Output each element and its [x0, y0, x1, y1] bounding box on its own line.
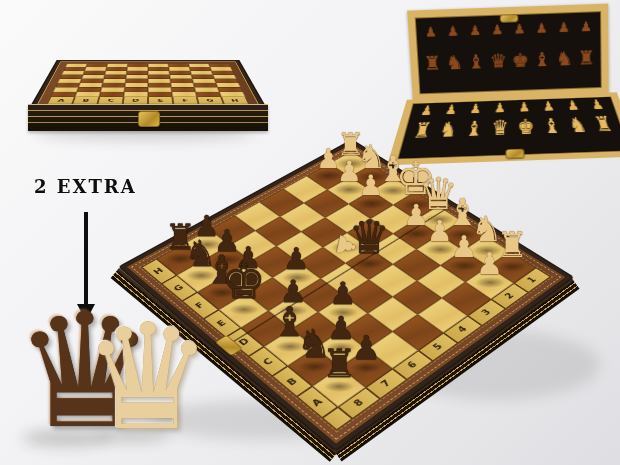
brass-clasp-icon: [505, 149, 524, 159]
stored-dark-majors-row: ♜♞♝♛♚♝♞♜: [421, 48, 597, 73]
stored-piece-king: ♚: [512, 50, 530, 70]
closed-box-coordinate-label: G: [197, 97, 224, 104]
stored-piece-pawn: ♟: [580, 20, 592, 34]
stored-piece-pawn: ♟: [420, 104, 434, 118]
stored-piece-pawn: ♟: [513, 22, 525, 36]
stored-piece-rook: ♜: [411, 120, 433, 142]
closed-box-top: ABCDEFGH: [28, 60, 268, 110]
stored-piece-pawn: ♟: [469, 102, 481, 115]
stored-piece-queen: ♛: [491, 117, 508, 138]
closed-chess-box: ABCDEFGH: [28, 38, 268, 108]
stored-piece-bishop: ♝: [465, 118, 483, 139]
closed-box-coordinate-label: B: [72, 97, 99, 104]
stored-piece-knight: ♞: [567, 115, 588, 136]
stored-piece-knight: ♞: [438, 119, 458, 140]
closed-box-coordinate-label: F: [172, 97, 198, 104]
product-photo-scene: ABCDEFGH ♟♟♟♟♟♟♟♟ ♜♞♝♛♚♝♞♜ ♟♟♟♟♟♟♟♟ ♜♞♝♛…: [0, 0, 620, 465]
stored-piece-pawn: ♟: [469, 24, 481, 38]
stored-piece-knight: ♞: [445, 53, 463, 73]
open-chess-box: ♟♟♟♟♟♟♟♟ ♜♞♝♛♚♝♞♜ ♟♟♟♟♟♟♟♟ ♜♞♝♛♚♝♞♜: [402, 0, 620, 147]
stored-piece-bishop: ♝: [534, 50, 552, 70]
closed-box-coordinate-label: D: [123, 97, 148, 104]
closed-box-coordinate-label: E: [148, 97, 173, 104]
stored-piece-rook: ♜: [578, 48, 595, 68]
stored-piece-rook: ♜: [592, 114, 615, 135]
closed-box-front: [28, 104, 268, 131]
stored-piece-bishop: ♝: [468, 52, 486, 72]
stored-piece-king: ♚: [517, 116, 535, 137]
brass-clasp-icon: [138, 111, 160, 127]
stored-piece-pawn: ♟: [558, 20, 570, 34]
open-box-lid: ♟♟♟♟♟♟♟♟ ♜♞♝♛♚♝♞♜: [407, 4, 609, 102]
open-box-base: ♟♟♟♟♟♟♟♟ ♜♞♝♛♚♝♞♜: [387, 92, 620, 165]
stored-piece-pawn: ♟: [590, 98, 605, 111]
closed-box-coordinates: ABCDEFGH: [47, 97, 249, 104]
closed-box-coordinate-label: C: [97, 97, 123, 104]
closed-box-checkerboard: [51, 64, 246, 97]
stored-piece-pawn: ♟: [566, 99, 580, 112]
stored-piece-queen: ♛: [490, 51, 508, 71]
stored-piece-bishop: ♝: [542, 116, 562, 137]
closed-box-coordinate-label: A: [47, 97, 75, 104]
stored-light-majors-row: ♜♞♝♛♚♝♞♜: [407, 122, 620, 141]
stored-piece-pawn: ♟: [542, 100, 555, 113]
extra-light-queen: ♛: [82, 304, 213, 450]
annotation-label: 2 EXTRA: [34, 176, 137, 197]
stored-piece-pawn: ♟: [518, 101, 530, 114]
stored-piece-pawn: ♟: [494, 102, 505, 115]
stored-piece-knight: ♞: [556, 49, 574, 69]
closed-box-coordinate-label: H: [221, 97, 249, 104]
stored-piece-pawn: ♟: [424, 25, 437, 39]
stored-dark-pawns-row: ♟♟♟♟♟♟♟♟: [419, 19, 597, 39]
stored-piece-pawn: ♟: [536, 21, 548, 35]
stored-piece-pawn: ♟: [491, 23, 503, 37]
stored-piece-pawn: ♟: [445, 103, 458, 116]
stored-piece-rook: ♜: [423, 54, 441, 74]
stored-piece-pawn: ♟: [447, 24, 460, 38]
